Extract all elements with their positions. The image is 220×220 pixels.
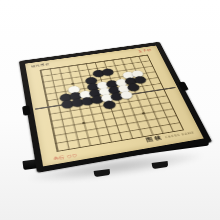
black-stone: ● <box>100 67 115 77</box>
product-photo: ●●●●●●●●●●●●●●●●●●●●●●●●●●●● 磁性围棋 五子棋 先行… <box>0 0 220 220</box>
board-print-top-left: 磁性围棋 <box>31 62 50 67</box>
star-point <box>142 112 146 115</box>
board-surface: ●●●●●●●●●●●●●●●●●●●●●●●●●●●● 磁性围棋 五子棋 先行… <box>25 46 204 167</box>
brand-english: CHESS GAME <box>165 131 195 139</box>
board-print-bottom-left: 先行 ○○ <box>53 153 77 161</box>
hinge-left <box>22 105 31 116</box>
brand-chinese: 围棋 <box>145 134 164 142</box>
board-print-top-right: 五子棋 <box>138 48 152 52</box>
hinge-right <box>178 81 189 91</box>
star-point <box>81 122 85 125</box>
